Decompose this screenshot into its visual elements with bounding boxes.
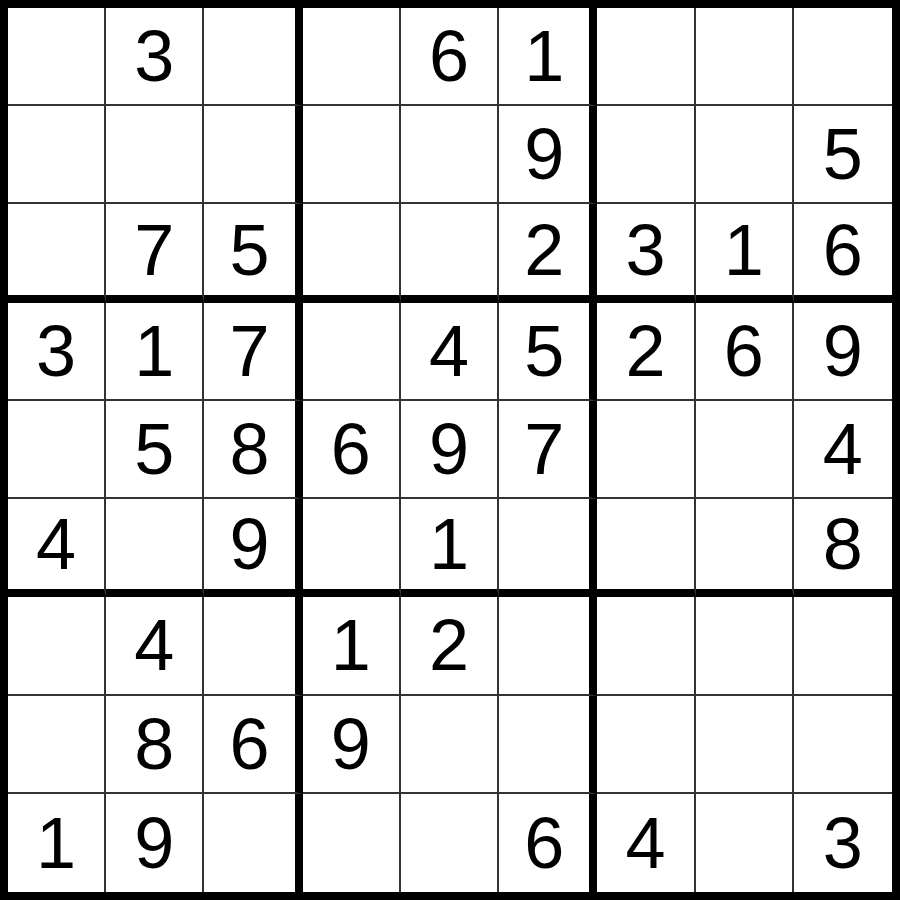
sudoku-cell[interactable]: 2: [597, 303, 695, 401]
sudoku-cell[interactable]: [204, 8, 302, 106]
sudoku-cell[interactable]: [8, 401, 106, 499]
sudoku-cell[interactable]: [401, 794, 499, 892]
sudoku-digit: 4: [625, 802, 665, 884]
sudoku-cell[interactable]: 7: [204, 303, 302, 401]
sudoku-cell[interactable]: 3: [597, 204, 695, 302]
sudoku-digit: 5: [823, 113, 863, 195]
sudoku-cell[interactable]: [303, 106, 401, 204]
sudoku-digit: 6: [823, 209, 863, 291]
sudoku-cell[interactable]: [499, 597, 597, 695]
sudoku-cell[interactable]: 7: [499, 401, 597, 499]
sudoku-cell[interactable]: 1: [696, 204, 794, 302]
sudoku-cell[interactable]: [597, 401, 695, 499]
sudoku-digit: 8: [230, 408, 270, 490]
sudoku-cell[interactable]: [303, 204, 401, 302]
sudoku-digit: 5: [134, 408, 174, 490]
sudoku-cell[interactable]: 9: [303, 696, 401, 794]
sudoku-cell[interactable]: 5: [204, 204, 302, 302]
sudoku-digit: 3: [625, 209, 665, 291]
sudoku-cell[interactable]: [794, 597, 892, 695]
sudoku-digit: 6: [724, 310, 764, 392]
sudoku-cell[interactable]: [597, 696, 695, 794]
sudoku-digit: 1: [331, 604, 371, 686]
sudoku-cell[interactable]: [794, 696, 892, 794]
sudoku-cell[interactable]: 5: [499, 303, 597, 401]
sudoku-digit: 2: [524, 209, 564, 291]
sudoku-cell[interactable]: 8: [204, 401, 302, 499]
sudoku-digit: 7: [524, 408, 564, 490]
sudoku-digit: 6: [230, 703, 270, 785]
sudoku-cell[interactable]: [696, 8, 794, 106]
sudoku-cell[interactable]: [696, 696, 794, 794]
sudoku-cell[interactable]: [8, 8, 106, 106]
sudoku-cell[interactable]: [696, 499, 794, 597]
sudoku-cell[interactable]: 4: [106, 597, 204, 695]
sudoku-digit: 6: [524, 802, 564, 884]
sudoku-cell[interactable]: 9: [204, 499, 302, 597]
sudoku-digit: 1: [134, 310, 174, 392]
sudoku-digit: 5: [230, 209, 270, 291]
sudoku-cell[interactable]: [597, 597, 695, 695]
sudoku-digit: 9: [230, 503, 270, 585]
sudoku-cell[interactable]: 3: [106, 8, 204, 106]
sudoku-cell[interactable]: 9: [106, 794, 204, 892]
sudoku-cell[interactable]: 4: [794, 401, 892, 499]
sudoku-cell[interactable]: 1: [499, 8, 597, 106]
sudoku-digit: 1: [724, 209, 764, 291]
sudoku-digit: 4: [429, 310, 469, 392]
sudoku-cell[interactable]: [8, 696, 106, 794]
sudoku-cell[interactable]: [696, 401, 794, 499]
sudoku-cell[interactable]: 6: [204, 696, 302, 794]
sudoku-digit: 5: [524, 310, 564, 392]
sudoku-cell[interactable]: 9: [401, 401, 499, 499]
sudoku-cell[interactable]: 7: [106, 204, 204, 302]
sudoku-digit: 6: [429, 15, 469, 97]
sudoku-digit: 8: [134, 703, 174, 785]
sudoku-digit: 7: [230, 310, 270, 392]
sudoku-cell[interactable]: 9: [794, 303, 892, 401]
sudoku-cell[interactable]: [8, 597, 106, 695]
sudoku-digit: 4: [36, 503, 76, 585]
sudoku-cell[interactable]: [204, 794, 302, 892]
sudoku-cell[interactable]: 4: [401, 303, 499, 401]
sudoku-digit: 4: [134, 604, 174, 686]
sudoku-cell[interactable]: 1: [8, 794, 106, 892]
sudoku-cell[interactable]: 6: [303, 401, 401, 499]
sudoku-cell[interactable]: [696, 597, 794, 695]
sudoku-cell[interactable]: [597, 499, 695, 597]
sudoku-cell[interactable]: [401, 106, 499, 204]
sudoku-cell[interactable]: [499, 696, 597, 794]
sudoku-cell[interactable]: 3: [8, 303, 106, 401]
sudoku-cell[interactable]: [401, 696, 499, 794]
sudoku-cell[interactable]: [8, 204, 106, 302]
sudoku-cell[interactable]: [696, 106, 794, 204]
sudoku-digit: 9: [524, 113, 564, 195]
sudoku-cell[interactable]: [8, 106, 106, 204]
sudoku-digit: 4: [823, 408, 863, 490]
sudoku-cell[interactable]: 8: [106, 696, 204, 794]
sudoku-cell[interactable]: [794, 8, 892, 106]
sudoku-digit: 1: [36, 802, 76, 884]
sudoku-board: 3619575231631745269586974491841286919643: [0, 0, 900, 900]
sudoku-cell[interactable]: 1: [303, 597, 401, 695]
sudoku-cell[interactable]: [303, 499, 401, 597]
sudoku-cell[interactable]: 2: [499, 204, 597, 302]
sudoku-cell[interactable]: 1: [106, 303, 204, 401]
sudoku-cell[interactable]: [696, 794, 794, 892]
sudoku-digit: 9: [134, 802, 174, 884]
sudoku-digit: 1: [524, 15, 564, 97]
sudoku-cell[interactable]: [204, 597, 302, 695]
sudoku-cell[interactable]: [106, 106, 204, 204]
sudoku-cell[interactable]: 3: [794, 794, 892, 892]
sudoku-cell[interactable]: 5: [794, 106, 892, 204]
sudoku-cell[interactable]: [303, 8, 401, 106]
sudoku-cell[interactable]: [499, 499, 597, 597]
sudoku-cell[interactable]: [597, 106, 695, 204]
sudoku-cell[interactable]: [401, 204, 499, 302]
sudoku-cell[interactable]: [204, 106, 302, 204]
sudoku-cell[interactable]: 6: [499, 794, 597, 892]
sudoku-digit: 2: [625, 310, 665, 392]
sudoku-digit: 6: [331, 408, 371, 490]
sudoku-digit: 1: [429, 503, 469, 585]
sudoku-digit: 3: [823, 802, 863, 884]
sudoku-cell[interactable]: 6: [401, 8, 499, 106]
sudoku-cell[interactable]: 2: [401, 597, 499, 695]
sudoku-digit: 7: [134, 209, 174, 291]
sudoku-digit: 9: [429, 408, 469, 490]
sudoku-cell[interactable]: 4: [8, 499, 106, 597]
sudoku-digit: 9: [823, 310, 863, 392]
sudoku-cell[interactable]: 9: [499, 106, 597, 204]
sudoku-digit: 3: [36, 310, 76, 392]
sudoku-cell[interactable]: 1: [401, 499, 499, 597]
sudoku-digit: 9: [331, 703, 371, 785]
sudoku-cell[interactable]: 5: [106, 401, 204, 499]
sudoku-digit: 2: [429, 604, 469, 686]
sudoku-cell[interactable]: [303, 794, 401, 892]
sudoku-digit: 3: [134, 15, 174, 97]
sudoku-digit: 8: [823, 503, 863, 585]
sudoku-cell[interactable]: [303, 303, 401, 401]
sudoku-cell[interactable]: [597, 8, 695, 106]
sudoku-cell[interactable]: [106, 499, 204, 597]
sudoku-cell[interactable]: 8: [794, 499, 892, 597]
sudoku-cell[interactable]: 6: [794, 204, 892, 302]
sudoku-cell[interactable]: 6: [696, 303, 794, 401]
sudoku-cell[interactable]: 4: [597, 794, 695, 892]
